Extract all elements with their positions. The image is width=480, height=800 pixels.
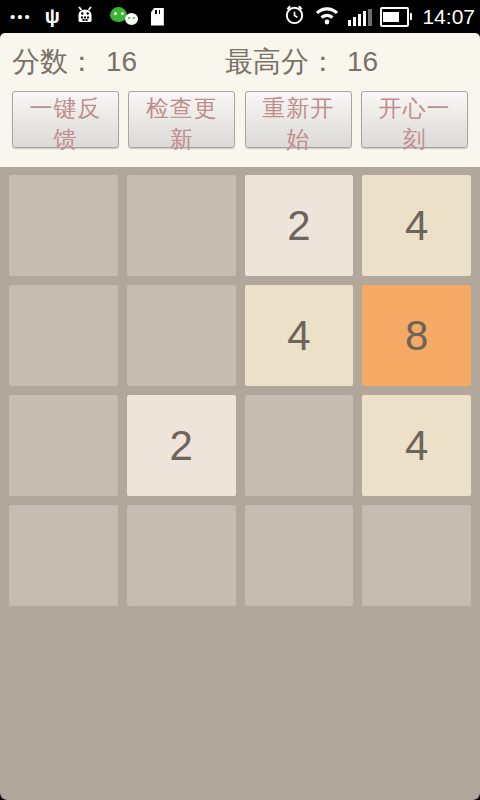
clock-time: 14:07	[420, 5, 475, 29]
sd-card-icon	[151, 8, 164, 26]
tile-4: 4	[362, 175, 471, 276]
game-board[interactable]: 244824	[0, 167, 480, 800]
tile-8: 8	[362, 285, 471, 386]
score-row: 分数： 16 最高分： 16	[0, 33, 480, 91]
empty-cell	[245, 395, 354, 496]
tile-2: 2	[245, 175, 354, 276]
game-header: 分数： 16 最高分： 16 一键反馈 检查更新 重新开始 开心一刻	[0, 33, 480, 167]
status-bar-left: ••• ψ	[0, 0, 164, 33]
best-score-value: 16	[347, 46, 378, 78]
tile-grid[interactable]: 244824	[9, 175, 471, 606]
wifi-icon	[314, 5, 340, 29]
signal-strength-icon	[348, 8, 373, 26]
score-label: 分数：	[12, 43, 96, 81]
adb-debug-icon	[73, 3, 97, 31]
empty-cell	[9, 175, 118, 276]
empty-cell	[9, 395, 118, 496]
tile-4: 4	[245, 285, 354, 386]
empty-cell	[9, 505, 118, 606]
empty-cell	[127, 505, 236, 606]
score-display: 分数： 16	[0, 43, 137, 81]
happy-moment-button[interactable]: 开心一刻	[361, 91, 468, 148]
feedback-button[interactable]: 一键反馈	[12, 91, 119, 148]
best-score-display: 最高分： 16	[225, 43, 378, 81]
status-bar-right: 14:07	[283, 3, 480, 30]
alarm-icon	[283, 3, 306, 30]
usb-icon: ψ	[45, 0, 60, 33]
battery-icon	[380, 9, 412, 25]
app-window: ••• ψ	[0, 0, 480, 800]
restart-button[interactable]: 重新开始	[245, 91, 352, 148]
tile-4: 4	[362, 395, 471, 496]
toolbar: 一键反馈 检查更新 重新开始 开心一刻	[0, 91, 480, 148]
empty-cell	[127, 285, 236, 386]
tile-2: 2	[127, 395, 236, 496]
wechat-icon	[110, 5, 138, 29]
check-update-button[interactable]: 检查更新	[128, 91, 235, 148]
overflow-dots-icon: •••	[10, 0, 32, 33]
status-bar: ••• ψ	[0, 0, 480, 33]
score-value: 16	[106, 46, 137, 78]
best-score-label: 最高分：	[225, 43, 337, 81]
empty-cell	[127, 175, 236, 276]
empty-cell	[245, 505, 354, 606]
empty-cell	[362, 505, 471, 606]
empty-cell	[9, 285, 118, 386]
